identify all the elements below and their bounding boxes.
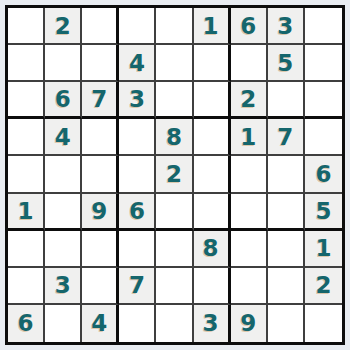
cell-r8c7[interactable] bbox=[231, 268, 268, 305]
cell-r2c7[interactable] bbox=[231, 45, 268, 82]
cell-r4c8[interactable]: 7 bbox=[268, 119, 305, 156]
cell-r1c2[interactable]: 2 bbox=[45, 8, 82, 45]
cell-r8c1[interactable] bbox=[8, 268, 45, 305]
cell-r7c7[interactable] bbox=[231, 231, 268, 268]
cell-r6c6[interactable] bbox=[194, 194, 231, 231]
cell-r5c2[interactable] bbox=[45, 156, 82, 193]
cell-r3c7[interactable]: 2 bbox=[231, 82, 268, 119]
cell-r6c1[interactable]: 1 bbox=[8, 194, 45, 231]
cell-r5c6[interactable] bbox=[194, 156, 231, 193]
cell-r8c9[interactable]: 2 bbox=[305, 268, 342, 305]
cell-r5c8[interactable] bbox=[268, 156, 305, 193]
cell-r1c5[interactable] bbox=[156, 8, 193, 45]
sudoku-page: 21634567324817261965813726439 bbox=[0, 0, 350, 350]
cell-r9c7[interactable]: 9 bbox=[231, 305, 268, 342]
cell-r5c3[interactable] bbox=[82, 156, 119, 193]
cell-r7c9[interactable]: 1 bbox=[305, 231, 342, 268]
cell-r2c1[interactable] bbox=[8, 45, 45, 82]
cell-r2c4[interactable]: 4 bbox=[119, 45, 156, 82]
cell-r5c1[interactable] bbox=[8, 156, 45, 193]
cell-r3c9[interactable] bbox=[305, 82, 342, 119]
cell-r4c5[interactable]: 8 bbox=[156, 119, 193, 156]
cell-r3c4[interactable]: 3 bbox=[119, 82, 156, 119]
cell-r7c3[interactable] bbox=[82, 231, 119, 268]
cell-r7c2[interactable] bbox=[45, 231, 82, 268]
cell-r4c4[interactable] bbox=[119, 119, 156, 156]
cell-r8c4[interactable]: 7 bbox=[119, 268, 156, 305]
cell-r9c2[interactable] bbox=[45, 305, 82, 342]
cell-r4c9[interactable] bbox=[305, 119, 342, 156]
cell-r6c7[interactable] bbox=[231, 194, 268, 231]
cell-r1c8[interactable]: 3 bbox=[268, 8, 305, 45]
cell-r8c2[interactable]: 3 bbox=[45, 268, 82, 305]
cell-r2c5[interactable] bbox=[156, 45, 193, 82]
cell-r4c1[interactable] bbox=[8, 119, 45, 156]
cell-r1c9[interactable] bbox=[305, 8, 342, 45]
cell-r9c9[interactable] bbox=[305, 305, 342, 342]
cell-r8c5[interactable] bbox=[156, 268, 193, 305]
cell-r1c6[interactable]: 1 bbox=[194, 8, 231, 45]
cell-r2c8[interactable]: 5 bbox=[268, 45, 305, 82]
cell-r6c4[interactable]: 6 bbox=[119, 194, 156, 231]
cell-r6c3[interactable]: 9 bbox=[82, 194, 119, 231]
cell-r5c4[interactable] bbox=[119, 156, 156, 193]
cell-r7c1[interactable] bbox=[8, 231, 45, 268]
cell-r6c9[interactable]: 5 bbox=[305, 194, 342, 231]
cell-r3c1[interactable] bbox=[8, 82, 45, 119]
cell-r9c3[interactable]: 4 bbox=[82, 305, 119, 342]
cell-r7c6[interactable]: 8 bbox=[194, 231, 231, 268]
cell-r6c8[interactable] bbox=[268, 194, 305, 231]
cell-r3c3[interactable]: 7 bbox=[82, 82, 119, 119]
cell-r6c5[interactable] bbox=[156, 194, 193, 231]
cell-r2c9[interactable] bbox=[305, 45, 342, 82]
cell-r2c2[interactable] bbox=[45, 45, 82, 82]
cell-r7c5[interactable] bbox=[156, 231, 193, 268]
cell-r9c5[interactable] bbox=[156, 305, 193, 342]
cell-r5c5[interactable]: 2 bbox=[156, 156, 193, 193]
cell-r4c6[interactable] bbox=[194, 119, 231, 156]
cell-r1c3[interactable] bbox=[82, 8, 119, 45]
cell-r2c3[interactable] bbox=[82, 45, 119, 82]
cell-r9c4[interactable] bbox=[119, 305, 156, 342]
cell-r3c6[interactable] bbox=[194, 82, 231, 119]
cell-r8c3[interactable] bbox=[82, 268, 119, 305]
sudoku-board: 21634567324817261965813726439 bbox=[5, 5, 345, 345]
cell-r1c4[interactable] bbox=[119, 8, 156, 45]
cell-r1c7[interactable]: 6 bbox=[231, 8, 268, 45]
cell-r7c8[interactable] bbox=[268, 231, 305, 268]
cell-r2c6[interactable] bbox=[194, 45, 231, 82]
cell-r3c8[interactable] bbox=[268, 82, 305, 119]
cell-r3c5[interactable] bbox=[156, 82, 193, 119]
cell-r5c9[interactable]: 6 bbox=[305, 156, 342, 193]
cell-r5c7[interactable] bbox=[231, 156, 268, 193]
cell-r9c8[interactable] bbox=[268, 305, 305, 342]
cell-r9c6[interactable]: 3 bbox=[194, 305, 231, 342]
cell-r7c4[interactable] bbox=[119, 231, 156, 268]
cell-r4c3[interactable] bbox=[82, 119, 119, 156]
cell-r4c7[interactable]: 1 bbox=[231, 119, 268, 156]
cell-r1c1[interactable] bbox=[8, 8, 45, 45]
cell-r8c8[interactable] bbox=[268, 268, 305, 305]
cell-r4c2[interactable]: 4 bbox=[45, 119, 82, 156]
cell-r8c6[interactable] bbox=[194, 268, 231, 305]
cell-r9c1[interactable]: 6 bbox=[8, 305, 45, 342]
cell-r3c2[interactable]: 6 bbox=[45, 82, 82, 119]
cell-r6c2[interactable] bbox=[45, 194, 82, 231]
